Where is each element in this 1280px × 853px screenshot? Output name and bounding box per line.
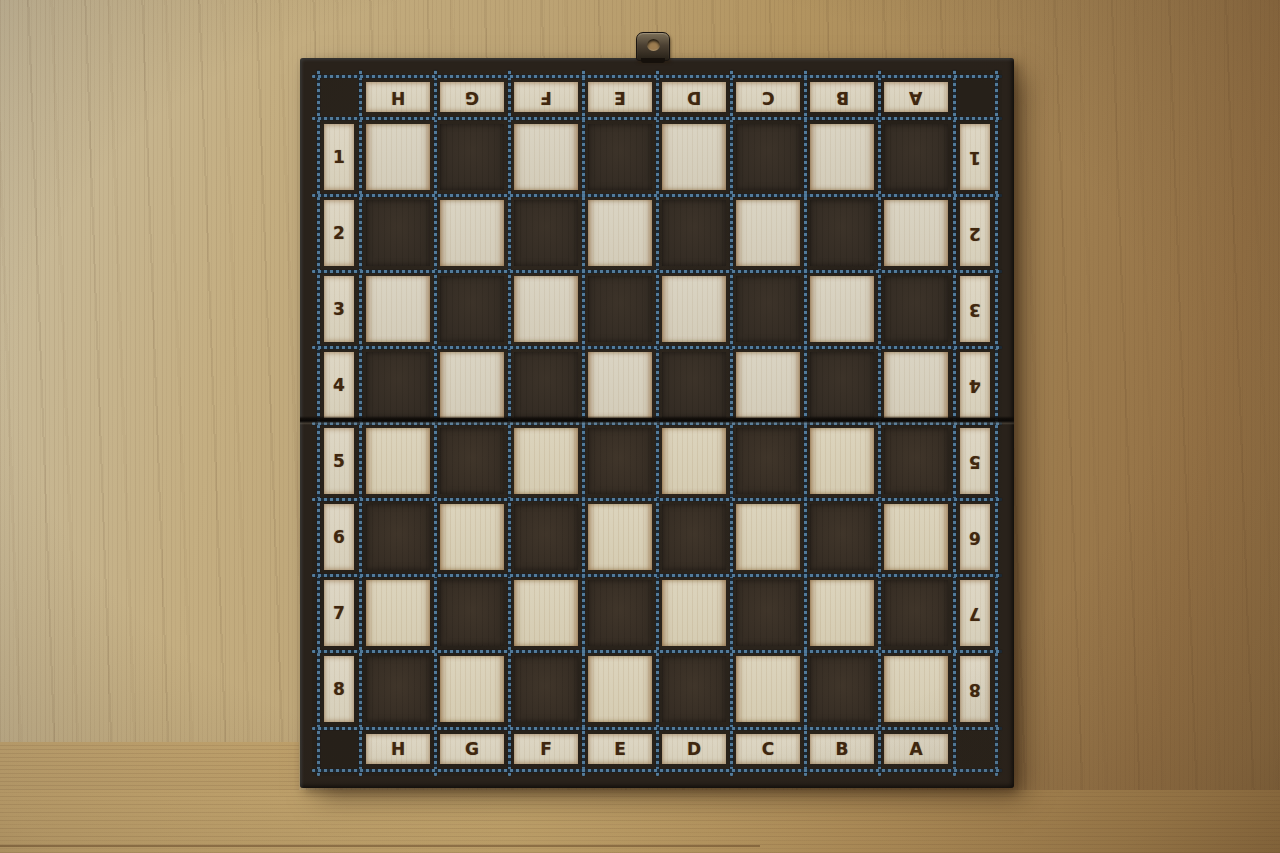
rank-label-right-5-text: 5 bbox=[969, 453, 981, 470]
rank-label-left-5: 5 bbox=[324, 428, 354, 494]
file-label-top-c: C bbox=[736, 82, 800, 112]
file-label-bottom-c-text: C bbox=[762, 741, 774, 758]
square-c5 bbox=[736, 428, 800, 494]
rope-inlay-horizontal-10 bbox=[312, 769, 1002, 772]
file-label-bottom-f: F bbox=[514, 734, 578, 764]
file-label-bottom-g-text: G bbox=[465, 741, 479, 758]
file-label-top-b: B bbox=[810, 82, 874, 112]
rank-label-left-1-text: 1 bbox=[333, 149, 345, 166]
square-b6 bbox=[810, 504, 874, 570]
rank-label-right-7-text: 7 bbox=[969, 605, 981, 622]
square-a1 bbox=[884, 124, 948, 190]
square-c3 bbox=[736, 276, 800, 342]
square-g1 bbox=[440, 124, 504, 190]
square-c4 bbox=[736, 352, 800, 418]
rank-label-left-4-text: 4 bbox=[333, 377, 345, 394]
square-b5 bbox=[810, 428, 874, 494]
rank-label-left-8: 8 bbox=[324, 656, 354, 722]
rank-label-right-7: 7 bbox=[960, 580, 990, 646]
file-label-top-a-text: A bbox=[909, 89, 922, 106]
square-c8 bbox=[736, 656, 800, 722]
rope-inlay-horizontal-7 bbox=[312, 574, 1002, 577]
table-plank-bottom-left bbox=[0, 742, 299, 790]
rank-label-right-1: 1 bbox=[960, 124, 990, 190]
square-c2 bbox=[736, 200, 800, 266]
rank-label-right-6: 6 bbox=[960, 504, 990, 570]
square-c7 bbox=[736, 580, 800, 646]
file-label-top-b-text: B bbox=[836, 89, 849, 106]
square-f7 bbox=[514, 580, 578, 646]
square-f1 bbox=[514, 124, 578, 190]
square-a3 bbox=[884, 276, 948, 342]
square-e4 bbox=[588, 352, 652, 418]
square-f2 bbox=[514, 200, 578, 266]
table-plank-bottom bbox=[0, 790, 1280, 853]
rope-inlay-horizontal-8 bbox=[312, 650, 1002, 653]
rank-label-left-3: 3 bbox=[324, 276, 354, 342]
file-label-bottom-g: G bbox=[440, 734, 504, 764]
square-g4 bbox=[440, 352, 504, 418]
file-label-top-a: A bbox=[884, 82, 948, 112]
file-label-bottom-e: E bbox=[588, 734, 652, 764]
rank-label-left-3-text: 3 bbox=[333, 301, 345, 318]
square-d2 bbox=[662, 200, 726, 266]
rank-label-left-6-text: 6 bbox=[333, 529, 345, 546]
square-b4 bbox=[810, 352, 874, 418]
square-a5 bbox=[884, 428, 948, 494]
board-fold-seam bbox=[300, 416, 1014, 425]
square-h5 bbox=[366, 428, 430, 494]
file-label-bottom-h-text: H bbox=[391, 741, 405, 758]
square-f3 bbox=[514, 276, 578, 342]
rank-label-right-3-text: 3 bbox=[969, 301, 981, 318]
rank-label-left-1: 1 bbox=[324, 124, 354, 190]
file-label-bottom-d-text: D bbox=[687, 741, 701, 758]
rope-inlay-horizontal-2 bbox=[312, 194, 1002, 197]
square-g8 bbox=[440, 656, 504, 722]
square-h3 bbox=[366, 276, 430, 342]
square-h2 bbox=[366, 200, 430, 266]
rope-inlay-horizontal-1 bbox=[312, 117, 1002, 120]
file-label-top-f: F bbox=[514, 82, 578, 112]
square-f6 bbox=[514, 504, 578, 570]
rank-label-left-5-text: 5 bbox=[333, 453, 345, 470]
rank-label-left-7-text: 7 bbox=[333, 605, 345, 622]
rank-label-right-4-text: 4 bbox=[969, 377, 981, 394]
square-e3 bbox=[588, 276, 652, 342]
file-label-bottom-h: H bbox=[366, 734, 430, 764]
rank-label-right-2-text: 2 bbox=[969, 225, 981, 242]
rank-label-right-2: 2 bbox=[960, 200, 990, 266]
file-label-top-d-text: D bbox=[687, 89, 701, 106]
square-c1 bbox=[736, 124, 800, 190]
square-d1 bbox=[662, 124, 726, 190]
square-e2 bbox=[588, 200, 652, 266]
square-g6 bbox=[440, 504, 504, 570]
square-e7 bbox=[588, 580, 652, 646]
square-d8 bbox=[662, 656, 726, 722]
file-label-top-c-text: C bbox=[762, 89, 774, 106]
square-d5 bbox=[662, 428, 726, 494]
rope-inlay-horizontal-9 bbox=[312, 727, 1002, 730]
square-a7 bbox=[884, 580, 948, 646]
rank-label-left-8-text: 8 bbox=[333, 681, 345, 698]
square-b2 bbox=[810, 200, 874, 266]
square-h1 bbox=[366, 124, 430, 190]
square-g2 bbox=[440, 200, 504, 266]
square-g5 bbox=[440, 428, 504, 494]
clasp-hole bbox=[647, 39, 660, 51]
square-h7 bbox=[366, 580, 430, 646]
wood-grain-horizontal bbox=[0, 742, 299, 790]
file-label-bottom-f-text: F bbox=[540, 741, 552, 758]
square-f5 bbox=[514, 428, 578, 494]
square-g7 bbox=[440, 580, 504, 646]
file-label-top-d: D bbox=[662, 82, 726, 112]
rope-inlay-horizontal-6 bbox=[312, 498, 1002, 501]
rank-label-left-2-text: 2 bbox=[333, 225, 345, 242]
clasp-hinge-foot bbox=[641, 58, 665, 63]
square-e1 bbox=[588, 124, 652, 190]
file-label-bottom-b: B bbox=[810, 734, 874, 764]
square-h4 bbox=[366, 352, 430, 418]
square-g3 bbox=[440, 276, 504, 342]
file-label-bottom-a-text: A bbox=[909, 741, 922, 758]
file-label-top-h-text: H bbox=[391, 89, 405, 106]
file-label-top-e-text: E bbox=[614, 89, 626, 106]
rank-label-right-8-text: 8 bbox=[969, 681, 981, 698]
table-plank-seam bbox=[0, 845, 760, 847]
square-b8 bbox=[810, 656, 874, 722]
rank-label-right-8: 8 bbox=[960, 656, 990, 722]
square-d6 bbox=[662, 504, 726, 570]
file-label-bottom-e-text: E bbox=[614, 741, 626, 758]
rank-label-right-4: 4 bbox=[960, 352, 990, 418]
square-a2 bbox=[884, 200, 948, 266]
square-d7 bbox=[662, 580, 726, 646]
rank-label-right-5: 5 bbox=[960, 428, 990, 494]
chessboard: HHGGFFEEDDCCBBAA1122334455667788 bbox=[300, 58, 1014, 788]
square-b3 bbox=[810, 276, 874, 342]
file-label-top-h: H bbox=[366, 82, 430, 112]
file-label-top-g: G bbox=[440, 82, 504, 112]
file-label-bottom-c: C bbox=[736, 734, 800, 764]
rope-inlay-horizontal-4 bbox=[312, 346, 1002, 349]
square-b7 bbox=[810, 580, 874, 646]
square-a8 bbox=[884, 656, 948, 722]
rank-label-left-4: 4 bbox=[324, 352, 354, 418]
square-e5 bbox=[588, 428, 652, 494]
file-label-top-g-text: G bbox=[465, 89, 479, 106]
square-e8 bbox=[588, 656, 652, 722]
rope-inlay-horizontal-0 bbox=[312, 75, 1002, 78]
square-a6 bbox=[884, 504, 948, 570]
rank-label-right-6-text: 6 bbox=[969, 529, 981, 546]
rank-label-left-7: 7 bbox=[324, 580, 354, 646]
square-a4 bbox=[884, 352, 948, 418]
rank-label-left-6: 6 bbox=[324, 504, 354, 570]
rope-inlay-horizontal-3 bbox=[312, 270, 1002, 273]
metal-clasp bbox=[636, 32, 670, 61]
square-b1 bbox=[810, 124, 874, 190]
file-label-top-f-text: F bbox=[540, 89, 552, 106]
square-e6 bbox=[588, 504, 652, 570]
file-label-bottom-b-text: B bbox=[836, 741, 849, 758]
rank-label-right-1-text: 1 bbox=[969, 149, 981, 166]
square-h6 bbox=[366, 504, 430, 570]
file-label-top-e: E bbox=[588, 82, 652, 112]
square-f8 bbox=[514, 656, 578, 722]
square-c6 bbox=[736, 504, 800, 570]
square-d4 bbox=[662, 352, 726, 418]
file-label-bottom-a: A bbox=[884, 734, 948, 764]
square-d3 bbox=[662, 276, 726, 342]
square-f4 bbox=[514, 352, 578, 418]
rank-label-left-2: 2 bbox=[324, 200, 354, 266]
wood-grain-horizontal bbox=[0, 790, 1280, 853]
rank-label-right-3: 3 bbox=[960, 276, 990, 342]
square-h8 bbox=[366, 656, 430, 722]
file-label-bottom-d: D bbox=[662, 734, 726, 764]
